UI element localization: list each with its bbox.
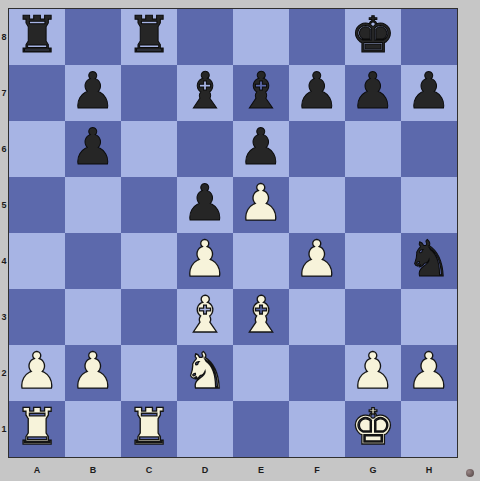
file-label-e: E [233, 458, 289, 481]
square-a7[interactable] [9, 65, 65, 121]
file-labels: ABCDEFGH [9, 458, 457, 481]
black-pawn[interactable]: ♟ [407, 63, 452, 119]
chess-app-window: { "game": "chess", "position": { "fen": … [0, 0, 480, 481]
square-e4[interactable] [233, 233, 289, 289]
square-b4[interactable] [65, 233, 121, 289]
white-pawn[interactable]: ♟ [351, 343, 396, 399]
rank-label-6: 6 [0, 121, 8, 177]
square-e7[interactable]: ♝ [233, 65, 289, 121]
square-a2[interactable]: ♟ [9, 345, 65, 401]
file-label-f: F [289, 458, 345, 481]
square-f3[interactable] [289, 289, 345, 345]
square-d6[interactable] [177, 121, 233, 177]
black-pawn[interactable]: ♟ [239, 119, 284, 175]
chess-board[interactable]: ♜♜♚♟♝♝♟♟♟♟♟♟♟♟♟♞♝♝♟♟♞♟♟♜♜♚ [9, 9, 457, 457]
square-h6[interactable] [401, 121, 457, 177]
square-c4[interactable] [121, 233, 177, 289]
square-f7[interactable]: ♟ [289, 65, 345, 121]
white-pawn[interactable]: ♟ [15, 343, 60, 399]
white-bishop[interactable]: ♝ [183, 287, 228, 343]
rank-label-3: 3 [0, 289, 8, 345]
square-b7[interactable]: ♟ [65, 65, 121, 121]
square-f6[interactable] [289, 121, 345, 177]
square-e2[interactable] [233, 345, 289, 401]
black-rook[interactable]: ♜ [127, 7, 172, 63]
black-pawn[interactable]: ♟ [351, 63, 396, 119]
square-h2[interactable]: ♟ [401, 345, 457, 401]
white-pawn[interactable]: ♟ [71, 343, 116, 399]
square-e6[interactable]: ♟ [233, 121, 289, 177]
white-pawn[interactable]: ♟ [407, 343, 452, 399]
square-g5[interactable] [345, 177, 401, 233]
square-e1[interactable] [233, 401, 289, 457]
square-d8[interactable] [177, 9, 233, 65]
file-label-b: B [65, 458, 121, 481]
square-b5[interactable] [65, 177, 121, 233]
file-label-g: G [345, 458, 401, 481]
square-a8[interactable]: ♜ [9, 9, 65, 65]
white-rook[interactable]: ♜ [15, 399, 60, 455]
white-bishop[interactable]: ♝ [239, 287, 284, 343]
corner-dot [466, 469, 474, 477]
black-bishop[interactable]: ♝ [239, 63, 284, 119]
white-pawn[interactable]: ♟ [295, 231, 340, 287]
square-h5[interactable] [401, 177, 457, 233]
black-pawn[interactable]: ♟ [71, 63, 116, 119]
square-c2[interactable] [121, 345, 177, 401]
square-g8[interactable]: ♚ [345, 9, 401, 65]
square-a6[interactable] [9, 121, 65, 177]
black-pawn[interactable]: ♟ [183, 175, 228, 231]
square-d1[interactable] [177, 401, 233, 457]
rank-label-2: 2 [0, 345, 8, 401]
file-label-d: D [177, 458, 233, 481]
square-g4[interactable] [345, 233, 401, 289]
square-f1[interactable] [289, 401, 345, 457]
square-h7[interactable]: ♟ [401, 65, 457, 121]
rank-label-8: 8 [0, 9, 8, 65]
square-f4[interactable]: ♟ [289, 233, 345, 289]
rank-label-4: 4 [0, 233, 8, 289]
square-a1[interactable]: ♜ [9, 401, 65, 457]
square-f2[interactable] [289, 345, 345, 401]
square-b2[interactable]: ♟ [65, 345, 121, 401]
square-d7[interactable]: ♝ [177, 65, 233, 121]
black-pawn[interactable]: ♟ [295, 63, 340, 119]
square-e8[interactable] [233, 9, 289, 65]
black-pawn[interactable]: ♟ [71, 119, 116, 175]
square-d3[interactable]: ♝ [177, 289, 233, 345]
square-e5[interactable]: ♟ [233, 177, 289, 233]
square-h1[interactable] [401, 401, 457, 457]
file-label-a: A [9, 458, 65, 481]
square-c6[interactable] [121, 121, 177, 177]
square-b1[interactable] [65, 401, 121, 457]
square-g3[interactable] [345, 289, 401, 345]
file-label-h: H [401, 458, 457, 481]
black-rook[interactable]: ♜ [15, 7, 60, 63]
rank-label-7: 7 [0, 65, 8, 121]
square-f5[interactable] [289, 177, 345, 233]
square-e3[interactable]: ♝ [233, 289, 289, 345]
black-knight[interactable]: ♞ [407, 231, 452, 287]
white-knight[interactable]: ♞ [183, 343, 228, 399]
square-h8[interactable] [401, 9, 457, 65]
square-c7[interactable] [121, 65, 177, 121]
rank-label-1: 1 [0, 401, 8, 457]
square-b8[interactable] [65, 9, 121, 65]
square-h4[interactable]: ♞ [401, 233, 457, 289]
square-d2[interactable]: ♞ [177, 345, 233, 401]
square-g6[interactable] [345, 121, 401, 177]
file-label-c: C [121, 458, 177, 481]
square-b3[interactable] [65, 289, 121, 345]
rank-label-5: 5 [0, 177, 8, 233]
square-a4[interactable] [9, 233, 65, 289]
rank-labels: 87654321 [0, 9, 8, 457]
square-b6[interactable]: ♟ [65, 121, 121, 177]
square-a5[interactable] [9, 177, 65, 233]
board-frame: ♜♜♚♟♝♝♟♟♟♟♟♟♟♟♟♞♝♝♟♟♞♟♟♜♜♚ [8, 8, 458, 458]
square-c3[interactable] [121, 289, 177, 345]
white-king[interactable]: ♚ [351, 399, 396, 455]
square-g1[interactable]: ♚ [345, 401, 401, 457]
square-c8[interactable]: ♜ [121, 9, 177, 65]
square-f8[interactable] [289, 9, 345, 65]
white-pawn[interactable]: ♟ [183, 231, 228, 287]
black-bishop[interactable]: ♝ [183, 63, 228, 119]
white-rook[interactable]: ♜ [127, 399, 172, 455]
black-king[interactable]: ♚ [351, 7, 396, 63]
white-pawn[interactable]: ♟ [239, 175, 284, 231]
square-g2[interactable]: ♟ [345, 345, 401, 401]
square-h3[interactable] [401, 289, 457, 345]
square-c1[interactable]: ♜ [121, 401, 177, 457]
square-g7[interactable]: ♟ [345, 65, 401, 121]
square-d5[interactable]: ♟ [177, 177, 233, 233]
square-d4[interactable]: ♟ [177, 233, 233, 289]
square-c5[interactable] [121, 177, 177, 233]
square-a3[interactable] [9, 289, 65, 345]
